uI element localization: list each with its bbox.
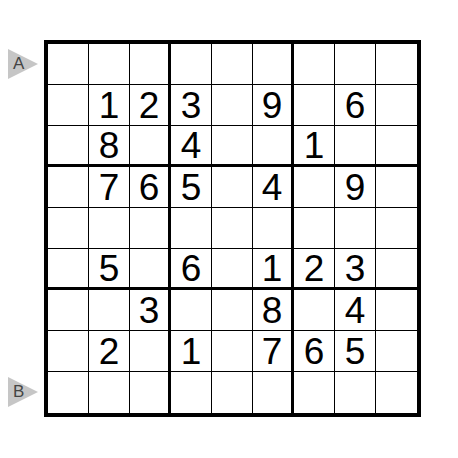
- cell-r9c2[interactable]: [89, 372, 130, 413]
- cell-r4c2[interactable]: 7: [89, 167, 130, 208]
- cell-r2c8[interactable]: 6: [335, 85, 376, 126]
- cell-r8c5[interactable]: [212, 331, 253, 372]
- cell-r7c9[interactable]: [376, 290, 417, 331]
- cell-r2c6[interactable]: 9: [253, 85, 294, 126]
- cell-r9c1[interactable]: [48, 372, 89, 413]
- cell-r3c6[interactable]: [253, 126, 294, 167]
- cell-r6c7[interactable]: 2: [294, 249, 335, 290]
- cell-r9c5[interactable]: [212, 372, 253, 413]
- cell-r3c9[interactable]: [376, 126, 417, 167]
- cell-r7c7[interactable]: [294, 290, 335, 331]
- cell-r7c3[interactable]: 3: [130, 290, 171, 331]
- cell-r1c7[interactable]: [294, 44, 335, 85]
- marker-a-label: A: [13, 54, 24, 74]
- cell-r5c2[interactable]: [89, 208, 130, 249]
- cell-r3c3[interactable]: [130, 126, 171, 167]
- cell-r4c5[interactable]: [212, 167, 253, 208]
- cell-r8c8[interactable]: 5: [335, 331, 376, 372]
- cell-r6c1[interactable]: [48, 249, 89, 290]
- cell-r9c3[interactable]: [130, 372, 171, 413]
- cell-r4c9[interactable]: [376, 167, 417, 208]
- cell-r1c6[interactable]: [253, 44, 294, 85]
- cell-r8c2[interactable]: 2: [89, 331, 130, 372]
- sudoku-diagram: A B 12396841765495612338421765: [0, 0, 458, 458]
- cell-r9c4[interactable]: [171, 372, 212, 413]
- cell-r1c1[interactable]: [48, 44, 89, 85]
- cell-r1c9[interactable]: [376, 44, 417, 85]
- cell-r8c9[interactable]: [376, 331, 417, 372]
- cell-r1c8[interactable]: [335, 44, 376, 85]
- cell-r5c6[interactable]: [253, 208, 294, 249]
- cell-r6c5[interactable]: [212, 249, 253, 290]
- cell-r6c6[interactable]: 1: [253, 249, 294, 290]
- cell-r2c1[interactable]: [48, 85, 89, 126]
- cell-r5c5[interactable]: [212, 208, 253, 249]
- cell-r8c3[interactable]: [130, 331, 171, 372]
- marker-b-label: B: [13, 382, 24, 402]
- cell-r1c4[interactable]: [171, 44, 212, 85]
- cell-r4c3[interactable]: 6: [130, 167, 171, 208]
- cell-r7c5[interactable]: [212, 290, 253, 331]
- cell-r6c4[interactable]: 6: [171, 249, 212, 290]
- row-marker-b: B: [8, 377, 38, 407]
- cell-r3c1[interactable]: [48, 126, 89, 167]
- cell-r8c1[interactable]: [48, 331, 89, 372]
- cell-r9c6[interactable]: [253, 372, 294, 413]
- cell-r7c1[interactable]: [48, 290, 89, 331]
- cell-r4c4[interactable]: 5: [171, 167, 212, 208]
- cell-r5c1[interactable]: [48, 208, 89, 249]
- cell-r9c9[interactable]: [376, 372, 417, 413]
- cell-r2c9[interactable]: [376, 85, 417, 126]
- cell-r2c4[interactable]: 3: [171, 85, 212, 126]
- cell-r6c8[interactable]: 3: [335, 249, 376, 290]
- cell-r7c8[interactable]: 4: [335, 290, 376, 331]
- cell-r5c8[interactable]: [335, 208, 376, 249]
- cell-r8c6[interactable]: 7: [253, 331, 294, 372]
- cell-r4c8[interactable]: 9: [335, 167, 376, 208]
- cell-r5c9[interactable]: [376, 208, 417, 249]
- cell-r2c5[interactable]: [212, 85, 253, 126]
- cell-r4c1[interactable]: [48, 167, 89, 208]
- cell-r1c2[interactable]: [89, 44, 130, 85]
- cell-r3c5[interactable]: [212, 126, 253, 167]
- cell-r5c7[interactable]: [294, 208, 335, 249]
- cell-r4c7[interactable]: [294, 167, 335, 208]
- cell-r7c6[interactable]: 8: [253, 290, 294, 331]
- cell-r4c6[interactable]: 4: [253, 167, 294, 208]
- cell-r3c4[interactable]: 4: [171, 126, 212, 167]
- cell-r6c3[interactable]: [130, 249, 171, 290]
- cell-r6c9[interactable]: [376, 249, 417, 290]
- sudoku-board: 12396841765495612338421765: [44, 40, 421, 417]
- cell-r8c7[interactable]: 6: [294, 331, 335, 372]
- cell-r5c3[interactable]: [130, 208, 171, 249]
- cell-r3c7[interactable]: 1: [294, 126, 335, 167]
- cell-r2c7[interactable]: [294, 85, 335, 126]
- cell-r1c3[interactable]: [130, 44, 171, 85]
- cell-r8c4[interactable]: 1: [171, 331, 212, 372]
- cell-r7c2[interactable]: [89, 290, 130, 331]
- cell-r9c7[interactable]: [294, 372, 335, 413]
- cell-r1c5[interactable]: [212, 44, 253, 85]
- cell-r2c2[interactable]: 1: [89, 85, 130, 126]
- cell-r6c2[interactable]: 5: [89, 249, 130, 290]
- cell-r3c2[interactable]: 8: [89, 126, 130, 167]
- cell-r5c4[interactable]: [171, 208, 212, 249]
- cell-r9c8[interactable]: [335, 372, 376, 413]
- cell-r7c4[interactable]: [171, 290, 212, 331]
- row-marker-a: A: [8, 49, 38, 79]
- cell-r3c8[interactable]: [335, 126, 376, 167]
- cell-r2c3[interactable]: 2: [130, 85, 171, 126]
